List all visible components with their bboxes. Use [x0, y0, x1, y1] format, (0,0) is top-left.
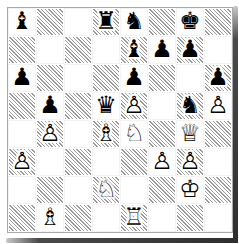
square-d1[interactable]	[92, 204, 120, 232]
piece-white-pawn: ♙	[39, 121, 61, 145]
square-d6[interactable]	[92, 64, 120, 92]
square-h6[interactable]: ♟	[204, 64, 232, 92]
square-b1[interactable]: ♗	[36, 204, 64, 232]
square-b7[interactable]	[36, 36, 64, 64]
piece-white-pawn: ♙	[179, 149, 201, 173]
piece-black-bishop: ♝	[123, 37, 145, 61]
piece-white-knight: ♘	[95, 177, 117, 201]
piece-black-pawn: ♟	[39, 93, 61, 117]
piece-black-pawn: ♟	[11, 65, 33, 89]
square-g8[interactable]: ♚	[176, 8, 204, 36]
card-shadow-right	[233, 6, 238, 242]
square-a3[interactable]: ♙	[8, 148, 36, 176]
square-g7[interactable]: ♟	[176, 36, 204, 64]
square-f1[interactable]	[148, 204, 176, 232]
square-d4[interactable]: ♗	[92, 120, 120, 148]
square-a4[interactable]	[8, 120, 36, 148]
square-g4[interactable]: ♕	[176, 120, 204, 148]
square-f2[interactable]	[148, 176, 176, 204]
square-f7[interactable]: ♟	[148, 36, 176, 64]
piece-white-pawn: ♙	[207, 93, 229, 117]
piece-black-knight: ♞	[123, 9, 145, 33]
square-e1[interactable]: ♖	[120, 204, 148, 232]
square-c5[interactable]	[64, 92, 92, 120]
piece-white-knight: ♘	[123, 121, 145, 145]
square-b2[interactable]	[36, 176, 64, 204]
square-f6[interactable]	[148, 64, 176, 92]
piece-black-knight: ♞	[179, 93, 201, 117]
square-g3[interactable]: ♙	[176, 148, 204, 176]
square-e4[interactable]: ♘	[120, 120, 148, 148]
square-c8[interactable]	[64, 8, 92, 36]
square-f3[interactable]: ♙	[148, 148, 176, 176]
piece-white-pawn: ♙	[123, 93, 145, 117]
square-c6[interactable]	[64, 64, 92, 92]
square-g1[interactable]	[176, 204, 204, 232]
square-h7[interactable]	[204, 36, 232, 64]
piece-white-bishop: ♗	[95, 121, 117, 145]
piece-black-pawn: ♟	[179, 37, 201, 61]
piece-white-rook: ♖	[123, 205, 145, 229]
square-g6[interactable]	[176, 64, 204, 92]
square-e8[interactable]: ♞	[120, 8, 148, 36]
piece-white-pawn: ♙	[151, 149, 173, 173]
square-a5[interactable]	[8, 92, 36, 120]
square-a1[interactable]	[8, 204, 36, 232]
square-f5[interactable]	[148, 92, 176, 120]
square-e3[interactable]	[120, 148, 148, 176]
square-e5[interactable]: ♙	[120, 92, 148, 120]
square-g2[interactable]: ♔	[176, 176, 204, 204]
square-b3[interactable]	[36, 148, 64, 176]
square-h8[interactable]	[204, 8, 232, 36]
piece-black-pawn: ♟	[151, 37, 173, 61]
square-b5[interactable]: ♟	[36, 92, 64, 120]
square-d7[interactable]	[92, 36, 120, 64]
square-c3[interactable]	[64, 148, 92, 176]
square-e2[interactable]	[120, 176, 148, 204]
piece-black-bishop: ♝	[11, 9, 33, 33]
square-a8[interactable]: ♝	[8, 8, 36, 36]
square-h2[interactable]	[204, 176, 232, 204]
square-c1[interactable]	[64, 204, 92, 232]
square-h4[interactable]	[204, 120, 232, 148]
piece-black-king: ♚	[179, 9, 201, 33]
square-h5[interactable]: ♙	[204, 92, 232, 120]
square-b6[interactable]	[36, 64, 64, 92]
square-d2[interactable]: ♘	[92, 176, 120, 204]
square-b4[interactable]: ♙	[36, 120, 64, 148]
chess-board: ♝♜♞♚♝♟♟♟♟♟♟♛♙♞♙♙♗♘♕♙♙♙♘♔♗♖	[7, 7, 233, 233]
piece-white-queen: ♕	[179, 121, 201, 145]
square-f4[interactable]	[148, 120, 176, 148]
card-shadow-bottom	[6, 238, 238, 243]
piece-white-bishop: ♗	[39, 205, 61, 229]
square-d5[interactable]: ♛	[92, 92, 120, 120]
square-c4[interactable]	[64, 120, 92, 148]
square-b8[interactable]	[36, 8, 64, 36]
square-f8[interactable]	[148, 8, 176, 36]
square-g5[interactable]: ♞	[176, 92, 204, 120]
square-d8[interactable]: ♜	[92, 8, 120, 36]
square-a6[interactable]: ♟	[8, 64, 36, 92]
square-h3[interactable]	[204, 148, 232, 176]
square-e6[interactable]: ♟	[120, 64, 148, 92]
square-a7[interactable]	[8, 36, 36, 64]
piece-black-pawn: ♟	[207, 65, 229, 89]
square-d3[interactable]	[92, 148, 120, 176]
square-e7[interactable]: ♝	[120, 36, 148, 64]
piece-white-pawn: ♙	[11, 149, 33, 173]
piece-black-pawn: ♟	[123, 65, 145, 89]
diagram-card: ♝♜♞♚♝♟♟♟♟♟♟♛♙♞♙♙♗♘♕♙♙♙♘♔♗♖	[0, 0, 239, 244]
piece-white-king: ♔	[179, 177, 201, 201]
square-c2[interactable]	[64, 176, 92, 204]
piece-black-rook: ♜	[95, 9, 117, 33]
square-c7[interactable]	[64, 36, 92, 64]
square-h1[interactable]	[204, 204, 232, 232]
square-a2[interactable]	[8, 176, 36, 204]
piece-black-queen: ♛	[95, 93, 117, 117]
